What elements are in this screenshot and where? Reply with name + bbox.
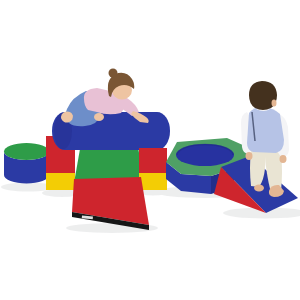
girl-hand-rear [94,113,104,121]
boy-cheek [272,100,277,107]
right-support-yellow-base [139,173,167,190]
soft-play-scene [0,0,300,300]
boy-hand-left [246,152,253,160]
product-photo: Product photo on a white background: two… [0,0,300,300]
right-support-red-cube [139,148,167,173]
mat-red-panel-group [72,177,149,230]
girl-pigtail [109,69,118,78]
boy-hand-right [280,155,287,163]
drum-top [4,143,49,160]
boy-foot-front [254,185,264,192]
left-support-yellow-base [46,173,75,190]
platform-face-front [181,174,211,194]
right-support-block [139,148,167,190]
cylinder-drum [4,143,49,184]
